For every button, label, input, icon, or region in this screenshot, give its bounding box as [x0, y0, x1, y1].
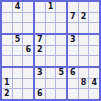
cell-r9c7[interactable] [68, 89, 78, 99]
cell-r7c5[interactable] [46, 68, 56, 78]
cell-r1c4[interactable] [35, 2, 45, 12]
cell-r3c5[interactable] [46, 23, 56, 33]
cell-r1c1[interactable] [2, 2, 12, 12]
cell-r2c7[interactable]: 7 [68, 13, 78, 23]
cell-r1c6[interactable] [56, 2, 66, 12]
cell-r8c7[interactable] [68, 79, 78, 89]
cell-r6c4[interactable] [35, 56, 45, 66]
cell-r6c3[interactable] [23, 56, 33, 66]
cell-r1c2[interactable]: 4 [13, 2, 23, 12]
cell-r2c1[interactable] [2, 13, 12, 23]
cell-r4c8[interactable] [79, 35, 89, 45]
sudoku-box-5: 72 [35, 35, 66, 66]
sudoku-box-6: 3 [68, 35, 99, 66]
cell-r3c2[interactable] [13, 23, 23, 33]
cell-r1c9[interactable] [89, 2, 99, 12]
cell-r2c8[interactable]: 2 [79, 13, 89, 23]
sudoku-box-1: 4 [2, 2, 33, 33]
cell-r9c2[interactable] [13, 89, 23, 99]
cell-r5c4[interactable]: 2 [35, 46, 45, 56]
sudoku-board: 41725672312356684 [0, 0, 101, 101]
cell-r4c9[interactable] [89, 35, 99, 45]
cell-r9c6[interactable] [56, 89, 66, 99]
cell-r4c2[interactable]: 5 [13, 35, 23, 45]
cell-r1c5[interactable]: 1 [46, 2, 56, 12]
cell-r9c4[interactable]: 6 [35, 89, 45, 99]
cell-r4c1[interactable] [2, 35, 12, 45]
cell-r8c3[interactable] [23, 79, 33, 89]
cell-r8c4[interactable] [35, 79, 45, 89]
cell-r7c6[interactable]: 5 [56, 68, 66, 78]
cell-r7c4[interactable]: 3 [35, 68, 45, 78]
cell-r5c5[interactable] [46, 46, 56, 56]
cell-r4c4[interactable]: 7 [35, 35, 45, 45]
cell-r8c2[interactable] [13, 79, 23, 89]
sudoku-box-8: 356 [35, 68, 66, 99]
sudoku-box-4: 56 [2, 35, 33, 66]
cell-r6c6[interactable] [56, 56, 66, 66]
cell-r7c3[interactable] [23, 68, 33, 78]
cell-r7c8[interactable] [79, 68, 89, 78]
cell-r8c6[interactable] [56, 79, 66, 89]
cell-r5c1[interactable] [2, 46, 12, 56]
cell-r8c5[interactable] [46, 79, 56, 89]
cell-r3c9[interactable] [89, 23, 99, 33]
cell-r9c8[interactable] [79, 89, 89, 99]
cell-r9c3[interactable] [23, 89, 33, 99]
cell-r6c7[interactable] [68, 56, 78, 66]
sudoku-box-3: 72 [68, 2, 99, 33]
cell-r3c7[interactable] [68, 23, 78, 33]
cell-r1c3[interactable] [23, 2, 33, 12]
cell-r6c2[interactable] [13, 56, 23, 66]
cell-r2c9[interactable] [89, 13, 99, 23]
cell-r2c2[interactable] [13, 13, 23, 23]
cell-r4c6[interactable] [56, 35, 66, 45]
cell-r6c1[interactable] [2, 56, 12, 66]
cell-r5c3[interactable]: 6 [23, 46, 33, 56]
cell-r8c1[interactable]: 1 [2, 79, 12, 89]
cell-r8c9[interactable]: 4 [89, 79, 99, 89]
sudoku-box-9: 684 [68, 68, 99, 99]
cell-r6c9[interactable] [89, 56, 99, 66]
cell-r4c3[interactable] [23, 35, 33, 45]
cell-r7c7[interactable]: 6 [68, 68, 78, 78]
sudoku-box-2: 1 [35, 2, 66, 33]
cell-r3c6[interactable] [56, 23, 66, 33]
cell-r9c9[interactable] [89, 89, 99, 99]
cell-r5c9[interactable] [89, 46, 99, 56]
cell-r2c4[interactable] [35, 13, 45, 23]
cell-r6c8[interactable] [79, 56, 89, 66]
cell-r3c4[interactable] [35, 23, 45, 33]
cell-r5c6[interactable] [56, 46, 66, 56]
cell-r2c3[interactable] [23, 13, 33, 23]
cell-r9c5[interactable] [46, 89, 56, 99]
cell-r7c9[interactable] [89, 68, 99, 78]
cell-r6c5[interactable] [46, 56, 56, 66]
cell-r2c6[interactable] [56, 13, 66, 23]
cell-r3c8[interactable] [79, 23, 89, 33]
cell-r5c8[interactable] [79, 46, 89, 56]
cell-r8c8[interactable]: 8 [79, 79, 89, 89]
cell-r5c7[interactable] [68, 46, 78, 56]
cell-r1c7[interactable] [68, 2, 78, 12]
cell-r5c2[interactable] [13, 46, 23, 56]
cell-r7c1[interactable] [2, 68, 12, 78]
cell-r7c2[interactable] [13, 68, 23, 78]
sudoku-box-7: 12 [2, 68, 33, 99]
cell-r4c7[interactable]: 3 [68, 35, 78, 45]
cell-r3c3[interactable] [23, 23, 33, 33]
cell-r2c5[interactable] [46, 13, 56, 23]
cell-r3c1[interactable] [2, 23, 12, 33]
cell-r9c1[interactable]: 2 [2, 89, 12, 99]
cell-r1c8[interactable] [79, 2, 89, 12]
cell-r4c5[interactable] [46, 35, 56, 45]
